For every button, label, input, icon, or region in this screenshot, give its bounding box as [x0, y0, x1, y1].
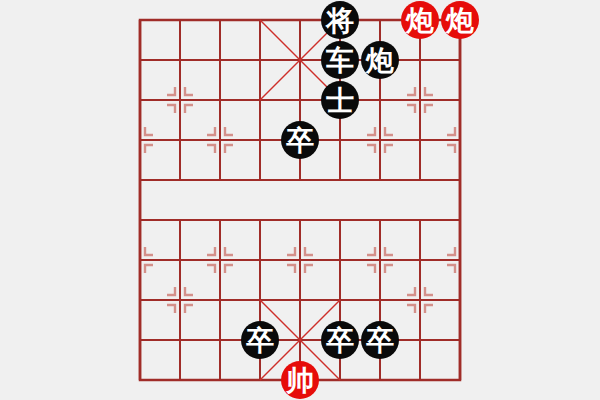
red-cannon-2[interactable]: 炮 — [441, 1, 479, 39]
black-general[interactable]: 将 — [321, 1, 359, 39]
xiangqi-board: 将炮炮车炮士卒卒卒卒帅 — [0, 0, 600, 400]
black-cannon[interactable]: 炮 — [361, 41, 399, 79]
black-advisor[interactable]: 士 — [321, 81, 359, 119]
black-soldier-4[interactable]: 卒 — [361, 321, 399, 359]
black-soldier-3[interactable]: 卒 — [321, 321, 359, 359]
pieces-layer: 将炮炮车炮士卒卒卒卒帅 — [120, 0, 480, 400]
black-chariot[interactable]: 车 — [321, 41, 359, 79]
black-soldier-1[interactable]: 卒 — [281, 121, 319, 159]
red-cannon-1[interactable]: 炮 — [401, 1, 439, 39]
red-general[interactable]: 帅 — [281, 361, 319, 399]
black-soldier-2[interactable]: 卒 — [241, 321, 279, 359]
